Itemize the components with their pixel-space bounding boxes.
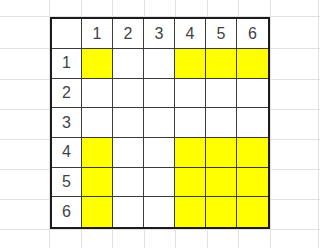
cell-r1-c6[interactable] bbox=[237, 49, 268, 79]
cell-r5-c1[interactable] bbox=[82, 168, 113, 198]
cell-r6-c4[interactable] bbox=[175, 197, 206, 227]
col-header-4[interactable]: 4 bbox=[175, 19, 206, 49]
cell-r4-c5[interactable] bbox=[206, 138, 237, 168]
spreadsheet-canvas: 123456123456 bbox=[0, 0, 320, 248]
cell-r5-c4[interactable] bbox=[175, 168, 206, 198]
cell-r1-c3[interactable] bbox=[144, 49, 175, 79]
cell-r2-c1[interactable] bbox=[82, 79, 113, 109]
row-header-2[interactable]: 2 bbox=[52, 79, 82, 109]
col-header-3[interactable]: 3 bbox=[144, 19, 175, 49]
col-header-1[interactable]: 1 bbox=[82, 19, 113, 49]
cell-r4-c6[interactable] bbox=[237, 138, 268, 168]
background-gridline-v bbox=[318, 0, 319, 248]
cell-r5-c5[interactable] bbox=[206, 168, 237, 198]
cell-r4-c4[interactable] bbox=[175, 138, 206, 168]
row-header-3[interactable]: 3 bbox=[52, 108, 82, 138]
cell-r3-c5[interactable] bbox=[206, 108, 237, 138]
cell-r6-c5[interactable] bbox=[206, 197, 237, 227]
cell-r2-c4[interactable] bbox=[175, 79, 206, 109]
cell-r4-c2[interactable] bbox=[113, 138, 144, 168]
cell-r3-c3[interactable] bbox=[144, 108, 175, 138]
cell-r2-c2[interactable] bbox=[113, 79, 144, 109]
cell-r2-c3[interactable] bbox=[144, 79, 175, 109]
cell-r6-c3[interactable] bbox=[144, 197, 175, 227]
cell-r3-c1[interactable] bbox=[82, 108, 113, 138]
cell-r5-c3[interactable] bbox=[144, 168, 175, 198]
col-header-2[interactable]: 2 bbox=[113, 19, 144, 49]
puzzle-board: 123456123456 bbox=[50, 17, 270, 229]
cell-r4-c3[interactable] bbox=[144, 138, 175, 168]
row-header-6[interactable]: 6 bbox=[52, 197, 82, 227]
cell-r4-c1[interactable] bbox=[82, 138, 113, 168]
cell-r3-c6[interactable] bbox=[237, 108, 268, 138]
background-gridline-h bbox=[0, 229, 320, 230]
cell-r1-c5[interactable] bbox=[206, 49, 237, 79]
cell-r5-c2[interactable] bbox=[113, 168, 144, 198]
cell-r6-c1[interactable] bbox=[82, 197, 113, 227]
col-header-6[interactable]: 6 bbox=[237, 19, 268, 49]
cell-r6-c6[interactable] bbox=[237, 197, 268, 227]
row-header-4[interactable]: 4 bbox=[52, 138, 82, 168]
background-gridline-v bbox=[270, 0, 271, 248]
cell-r1-c1[interactable] bbox=[82, 49, 113, 79]
cell-r6-c2[interactable] bbox=[113, 197, 144, 227]
cell-r2-c6[interactable] bbox=[237, 79, 268, 109]
cell-r5-c6[interactable] bbox=[237, 168, 268, 198]
corner-cell[interactable] bbox=[52, 19, 82, 49]
row-header-5[interactable]: 5 bbox=[52, 168, 82, 198]
cell-r3-c4[interactable] bbox=[175, 108, 206, 138]
cell-r1-c4[interactable] bbox=[175, 49, 206, 79]
cell-r2-c5[interactable] bbox=[206, 79, 237, 109]
col-header-5[interactable]: 5 bbox=[206, 19, 237, 49]
cell-r1-c2[interactable] bbox=[113, 49, 144, 79]
row-header-1[interactable]: 1 bbox=[52, 49, 82, 79]
cell-r3-c2[interactable] bbox=[113, 108, 144, 138]
